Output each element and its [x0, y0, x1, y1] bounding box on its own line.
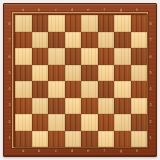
square-b7[interactable]: [32, 32, 49, 49]
square-d5[interactable]: [65, 65, 82, 82]
square-c1[interactable]: [48, 131, 65, 148]
file-label-g: g: [114, 147, 127, 154]
square-h3[interactable]: [131, 98, 148, 115]
file-label-h: h: [130, 6, 143, 13]
file-label-c: c: [49, 6, 62, 13]
file-label-d: d: [65, 6, 78, 13]
square-a5[interactable]: [15, 65, 32, 82]
square-f4[interactable]: [98, 81, 115, 98]
square-d4[interactable]: [65, 81, 82, 98]
square-c4[interactable]: [48, 81, 65, 98]
square-g1[interactable]: [114, 131, 131, 148]
file-label-a: a: [17, 147, 30, 154]
file-label-b: b: [33, 6, 46, 13]
square-f7[interactable]: [98, 32, 115, 49]
rank-label-8: 8: [6, 17, 13, 30]
board-grid: [15, 15, 147, 147]
square-h1[interactable]: [131, 131, 148, 148]
square-a1[interactable]: [15, 131, 32, 148]
square-f1[interactable]: [98, 131, 115, 148]
rank-label-6: 6: [6, 49, 13, 62]
square-h7[interactable]: [131, 32, 148, 49]
square-e5[interactable]: [81, 65, 98, 82]
chess-board: abcdefgh abcdefgh 87654321 87654321: [3, 3, 157, 157]
square-b2[interactable]: [32, 114, 49, 131]
square-b1[interactable]: [32, 131, 49, 148]
square-f6[interactable]: [98, 48, 115, 65]
square-b4[interactable]: [32, 81, 49, 98]
square-c5[interactable]: [48, 65, 65, 82]
file-label-e: e: [82, 6, 95, 13]
square-b3[interactable]: [32, 98, 49, 115]
square-f8[interactable]: [98, 15, 115, 32]
square-d1[interactable]: [65, 131, 82, 148]
rank-label-3: 3: [6, 98, 13, 111]
rank-label-3: 3: [147, 98, 154, 111]
rank-labels-right: 87654321: [146, 15, 155, 145]
square-f3[interactable]: [98, 98, 115, 115]
square-g3[interactable]: [114, 98, 131, 115]
file-label-h: h: [130, 147, 143, 154]
square-e1[interactable]: [81, 131, 98, 148]
square-c8[interactable]: [48, 15, 65, 32]
file-label-c: c: [49, 147, 62, 154]
rank-label-7: 7: [147, 33, 154, 46]
square-e7[interactable]: [81, 32, 98, 49]
rank-label-2: 2: [6, 114, 13, 127]
file-labels-top: abcdefgh: [15, 5, 145, 14]
square-e8[interactable]: [81, 15, 98, 32]
square-e3[interactable]: [81, 98, 98, 115]
square-c6[interactable]: [48, 48, 65, 65]
rank-label-6: 6: [147, 49, 154, 62]
square-d7[interactable]: [65, 32, 82, 49]
square-g6[interactable]: [114, 48, 131, 65]
square-c7[interactable]: [48, 32, 65, 49]
file-label-b: b: [33, 147, 46, 154]
rank-label-4: 4: [147, 82, 154, 95]
file-label-f: f: [98, 147, 111, 154]
square-f2[interactable]: [98, 114, 115, 131]
square-a3[interactable]: [15, 98, 32, 115]
rank-label-7: 7: [6, 33, 13, 46]
square-d8[interactable]: [65, 15, 82, 32]
square-d6[interactable]: [65, 48, 82, 65]
square-c3[interactable]: [48, 98, 65, 115]
square-h2[interactable]: [131, 114, 148, 131]
square-a4[interactable]: [15, 81, 32, 98]
file-label-g: g: [114, 6, 127, 13]
square-g8[interactable]: [114, 15, 131, 32]
rank-label-1: 1: [147, 130, 154, 143]
square-h6[interactable]: [131, 48, 148, 65]
square-g4[interactable]: [114, 81, 131, 98]
file-label-e: e: [82, 147, 95, 154]
square-g7[interactable]: [114, 32, 131, 49]
square-a7[interactable]: [15, 32, 32, 49]
square-c2[interactable]: [48, 114, 65, 131]
square-b8[interactable]: [32, 15, 49, 32]
file-label-d: d: [65, 147, 78, 154]
square-b5[interactable]: [32, 65, 49, 82]
square-g2[interactable]: [114, 114, 131, 131]
square-b6[interactable]: [32, 48, 49, 65]
square-e4[interactable]: [81, 81, 98, 98]
file-label-a: a: [17, 6, 30, 13]
square-e6[interactable]: [81, 48, 98, 65]
square-a2[interactable]: [15, 114, 32, 131]
square-h5[interactable]: [131, 65, 148, 82]
square-d2[interactable]: [65, 114, 82, 131]
square-a6[interactable]: [15, 48, 32, 65]
rank-labels-left: 87654321: [5, 15, 14, 145]
rank-label-5: 5: [147, 65, 154, 78]
rank-label-2: 2: [147, 114, 154, 127]
photo-background: abcdefgh abcdefgh 87654321 87654321: [0, 0, 160, 160]
rank-label-1: 1: [6, 130, 13, 143]
square-f5[interactable]: [98, 65, 115, 82]
square-h4[interactable]: [131, 81, 148, 98]
square-d3[interactable]: [65, 98, 82, 115]
file-label-f: f: [98, 6, 111, 13]
rank-label-4: 4: [6, 82, 13, 95]
file-labels-bottom: abcdefgh: [15, 146, 145, 155]
square-g5[interactable]: [114, 65, 131, 82]
rank-label-5: 5: [6, 65, 13, 78]
square-e2[interactable]: [81, 114, 98, 131]
square-a8[interactable]: [15, 15, 32, 32]
rank-label-8: 8: [147, 17, 154, 30]
square-h8[interactable]: [131, 15, 148, 32]
